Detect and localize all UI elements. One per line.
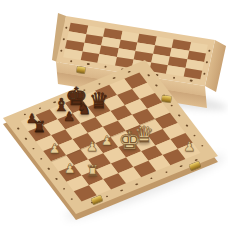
brass-pin <box>105 195 108 197</box>
brass-pin <box>147 74 150 76</box>
brass-pin <box>47 168 50 170</box>
white-pawn-h5: ♟ <box>49 142 61 155</box>
brass-pin <box>193 134 196 136</box>
brass-pin <box>60 50 63 53</box>
brass-pin <box>32 147 35 149</box>
brass-pin <box>104 66 107 69</box>
brass-pin <box>165 171 168 173</box>
brass-pin <box>87 63 90 66</box>
brass-pin <box>190 79 193 82</box>
brass-pin <box>173 77 176 80</box>
brass-pin <box>150 177 153 179</box>
black-queen-d7: ♛ <box>89 90 109 112</box>
brass-pin <box>98 83 101 85</box>
brass-pin <box>65 27 68 30</box>
box-brass-clasp-right <box>162 95 172 102</box>
brass-pin <box>17 127 20 129</box>
black-rook-h7: ♜ <box>33 120 46 135</box>
brass-pin <box>206 61 209 64</box>
box-square-r3c0 <box>63 49 82 60</box>
brass-pin <box>127 70 130 72</box>
brass-pin <box>113 77 116 79</box>
white-king-d3: ♚ <box>118 128 140 153</box>
brass-pin <box>170 104 173 106</box>
brass-pin <box>63 38 66 41</box>
chess-set-product-photo: Wooden folding chess set: closed chessbo… <box>0 0 228 228</box>
brass-pin <box>25 137 28 139</box>
box-square-r3c6 <box>166 65 185 76</box>
brass-pin <box>70 198 73 200</box>
brass-pin <box>63 188 66 190</box>
brass-pin <box>38 107 41 109</box>
white-pawn-h3: ♟ <box>64 162 76 175</box>
white-pawn-e4: ♟ <box>101 134 113 147</box>
box-square-r3c7 <box>183 68 202 79</box>
brass-pin <box>186 124 189 126</box>
brass-pin <box>180 165 183 167</box>
brass-pin <box>135 183 138 185</box>
brass-pin <box>40 157 43 159</box>
brass-pin <box>201 144 204 146</box>
black-pawn-f7: ♟ <box>63 110 75 123</box>
black-knight-e7: ♞ <box>77 101 91 117</box>
box-square-r3c1 <box>80 51 99 62</box>
brass-pin <box>70 60 73 63</box>
box-square-r3c2 <box>97 54 116 65</box>
brass-pin <box>155 84 158 86</box>
brass-pin <box>208 50 211 53</box>
white-pawn-f4: ♟ <box>86 140 98 153</box>
brass-pin <box>203 73 206 76</box>
box-brass-clasp-left <box>77 66 86 73</box>
white-pawn-a1: ♟ <box>183 140 195 153</box>
brass-pin <box>178 114 181 116</box>
white-rook-g2: ♜ <box>86 165 99 180</box>
brass-pin <box>55 178 58 180</box>
brass-pin <box>120 189 123 191</box>
